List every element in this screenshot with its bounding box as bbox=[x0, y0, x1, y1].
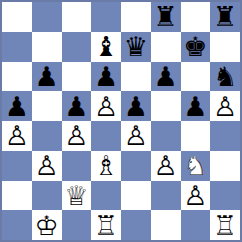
piece-white-rook-fill: ♜ bbox=[210, 210, 240, 240]
square-g4[interactable] bbox=[181, 121, 211, 151]
square-e2[interactable] bbox=[121, 181, 151, 211]
square-f5[interactable] bbox=[151, 91, 181, 121]
square-a1[interactable] bbox=[2, 210, 32, 240]
square-a2[interactable] bbox=[2, 181, 32, 211]
square-d2[interactable] bbox=[91, 181, 121, 211]
square-f2[interactable] bbox=[151, 181, 181, 211]
piece-white-pawn-fill: ♟ bbox=[91, 91, 121, 121]
piece-black-pawn: ♟ bbox=[151, 62, 181, 92]
piece-white-pawn: ♙ bbox=[151, 151, 181, 181]
piece-black-rook: ♜ bbox=[151, 2, 181, 32]
piece-white-pawn-fill: ♟ bbox=[32, 151, 62, 181]
square-g6[interactable] bbox=[181, 62, 211, 92]
square-c8[interactable] bbox=[62, 2, 92, 32]
square-d4[interactable] bbox=[91, 121, 121, 151]
piece-white-pawn-fill: ♟ bbox=[210, 91, 240, 121]
square-e6[interactable] bbox=[121, 62, 151, 92]
piece-white-pawn-fill: ♟ bbox=[181, 181, 211, 211]
square-h2[interactable] bbox=[210, 181, 240, 211]
piece-white-rook: ♖ bbox=[91, 210, 121, 240]
square-c5[interactable]: ♟ bbox=[62, 91, 92, 121]
square-b2[interactable] bbox=[32, 181, 62, 211]
piece-white-pawn: ♙ bbox=[91, 91, 121, 121]
square-a8[interactable] bbox=[2, 2, 32, 32]
piece-white-bishop-fill: ♝ bbox=[91, 151, 121, 181]
square-g3[interactable]: ♞♘ bbox=[181, 151, 211, 181]
square-f4[interactable] bbox=[151, 121, 181, 151]
square-a5[interactable]: ♟ bbox=[2, 91, 32, 121]
square-h6[interactable]: ♞ bbox=[210, 62, 240, 92]
square-g8[interactable] bbox=[181, 2, 211, 32]
square-c4[interactable]: ♟♙ bbox=[62, 121, 92, 151]
square-c3[interactable] bbox=[62, 151, 92, 181]
piece-white-bishop: ♗ bbox=[91, 151, 121, 181]
piece-white-pawn-fill: ♟ bbox=[121, 121, 151, 151]
piece-white-knight-fill: ♞ bbox=[181, 151, 211, 181]
square-d8[interactable] bbox=[91, 2, 121, 32]
square-d6[interactable]: ♟ bbox=[91, 62, 121, 92]
piece-white-pawn-fill: ♟ bbox=[151, 151, 181, 181]
square-g7[interactable]: ♚ bbox=[181, 32, 211, 62]
square-b7[interactable] bbox=[32, 32, 62, 62]
piece-white-queen: ♕ bbox=[62, 181, 92, 211]
piece-white-queen-fill: ♛ bbox=[62, 181, 92, 211]
piece-black-queen: ♛ bbox=[121, 32, 151, 62]
square-h5[interactable]: ♟♙ bbox=[210, 91, 240, 121]
piece-black-knight: ♞ bbox=[210, 62, 240, 92]
square-h3[interactable] bbox=[210, 151, 240, 181]
square-e1[interactable] bbox=[121, 210, 151, 240]
piece-white-pawn-fill: ♟ bbox=[62, 121, 92, 151]
square-g5[interactable]: ♟ bbox=[181, 91, 211, 121]
square-d1[interactable]: ♜♖ bbox=[91, 210, 121, 240]
piece-black-pawn: ♟ bbox=[62, 91, 92, 121]
square-b6[interactable]: ♟ bbox=[32, 62, 62, 92]
piece-white-pawn: ♙ bbox=[62, 121, 92, 151]
square-e8[interactable] bbox=[121, 2, 151, 32]
piece-black-pawn: ♟ bbox=[2, 91, 32, 121]
square-e7[interactable]: ♛ bbox=[121, 32, 151, 62]
piece-white-king: ♔ bbox=[32, 210, 62, 240]
square-f7[interactable] bbox=[151, 32, 181, 62]
square-c7[interactable] bbox=[62, 32, 92, 62]
piece-black-pawn: ♟ bbox=[91, 62, 121, 92]
square-d3[interactable]: ♝♗ bbox=[91, 151, 121, 181]
square-e5[interactable]: ♟ bbox=[121, 91, 151, 121]
piece-white-king-fill: ♚ bbox=[32, 210, 62, 240]
square-a6[interactable] bbox=[2, 62, 32, 92]
square-b8[interactable] bbox=[32, 2, 62, 32]
square-b1[interactable]: ♚♔ bbox=[32, 210, 62, 240]
square-a3[interactable] bbox=[2, 151, 32, 181]
square-e4[interactable]: ♟♙ bbox=[121, 121, 151, 151]
piece-white-pawn: ♙ bbox=[121, 121, 151, 151]
piece-black-bishop: ♝ bbox=[91, 32, 121, 62]
square-a4[interactable]: ♟♙ bbox=[2, 121, 32, 151]
piece-white-pawn: ♙ bbox=[181, 181, 211, 211]
piece-white-pawn-fill: ♟ bbox=[2, 121, 32, 151]
square-g1[interactable] bbox=[181, 210, 211, 240]
square-a7[interactable] bbox=[2, 32, 32, 62]
square-f3[interactable]: ♟♙ bbox=[151, 151, 181, 181]
square-f6[interactable]: ♟ bbox=[151, 62, 181, 92]
square-c6[interactable] bbox=[62, 62, 92, 92]
square-d7[interactable]: ♝ bbox=[91, 32, 121, 62]
square-c2[interactable]: ♛♕ bbox=[62, 181, 92, 211]
piece-white-pawn: ♙ bbox=[2, 121, 32, 151]
piece-white-rook-fill: ♜ bbox=[91, 210, 121, 240]
square-h7[interactable] bbox=[210, 32, 240, 62]
square-f1[interactable] bbox=[151, 210, 181, 240]
square-b5[interactable] bbox=[32, 91, 62, 121]
piece-black-king: ♚ bbox=[181, 32, 211, 62]
square-f8[interactable]: ♜ bbox=[151, 2, 181, 32]
chess-board: ♜♜♝♛♚♟♟♟♞♟♟♟♙♟♟♟♙♟♙♟♙♟♙♟♙♝♗♟♙♞♘♛♕♟♙♚♔♜♖♜… bbox=[0, 0, 242, 242]
piece-black-pawn: ♟ bbox=[181, 91, 211, 121]
square-h8[interactable]: ♜ bbox=[210, 2, 240, 32]
square-g2[interactable]: ♟♙ bbox=[181, 181, 211, 211]
piece-white-pawn: ♙ bbox=[32, 151, 62, 181]
piece-white-rook: ♖ bbox=[210, 210, 240, 240]
piece-black-rook: ♜ bbox=[210, 2, 240, 32]
square-h1[interactable]: ♜♖ bbox=[210, 210, 240, 240]
piece-white-knight: ♘ bbox=[181, 151, 211, 181]
piece-black-pawn: ♟ bbox=[121, 91, 151, 121]
piece-black-pawn: ♟ bbox=[32, 62, 62, 92]
square-e3[interactable] bbox=[121, 151, 151, 181]
square-b3[interactable]: ♟♙ bbox=[32, 151, 62, 181]
square-d5[interactable]: ♟♙ bbox=[91, 91, 121, 121]
piece-white-pawn: ♙ bbox=[210, 91, 240, 121]
square-b4[interactable] bbox=[32, 121, 62, 151]
square-c1[interactable] bbox=[62, 210, 92, 240]
square-h4[interactable] bbox=[210, 121, 240, 151]
